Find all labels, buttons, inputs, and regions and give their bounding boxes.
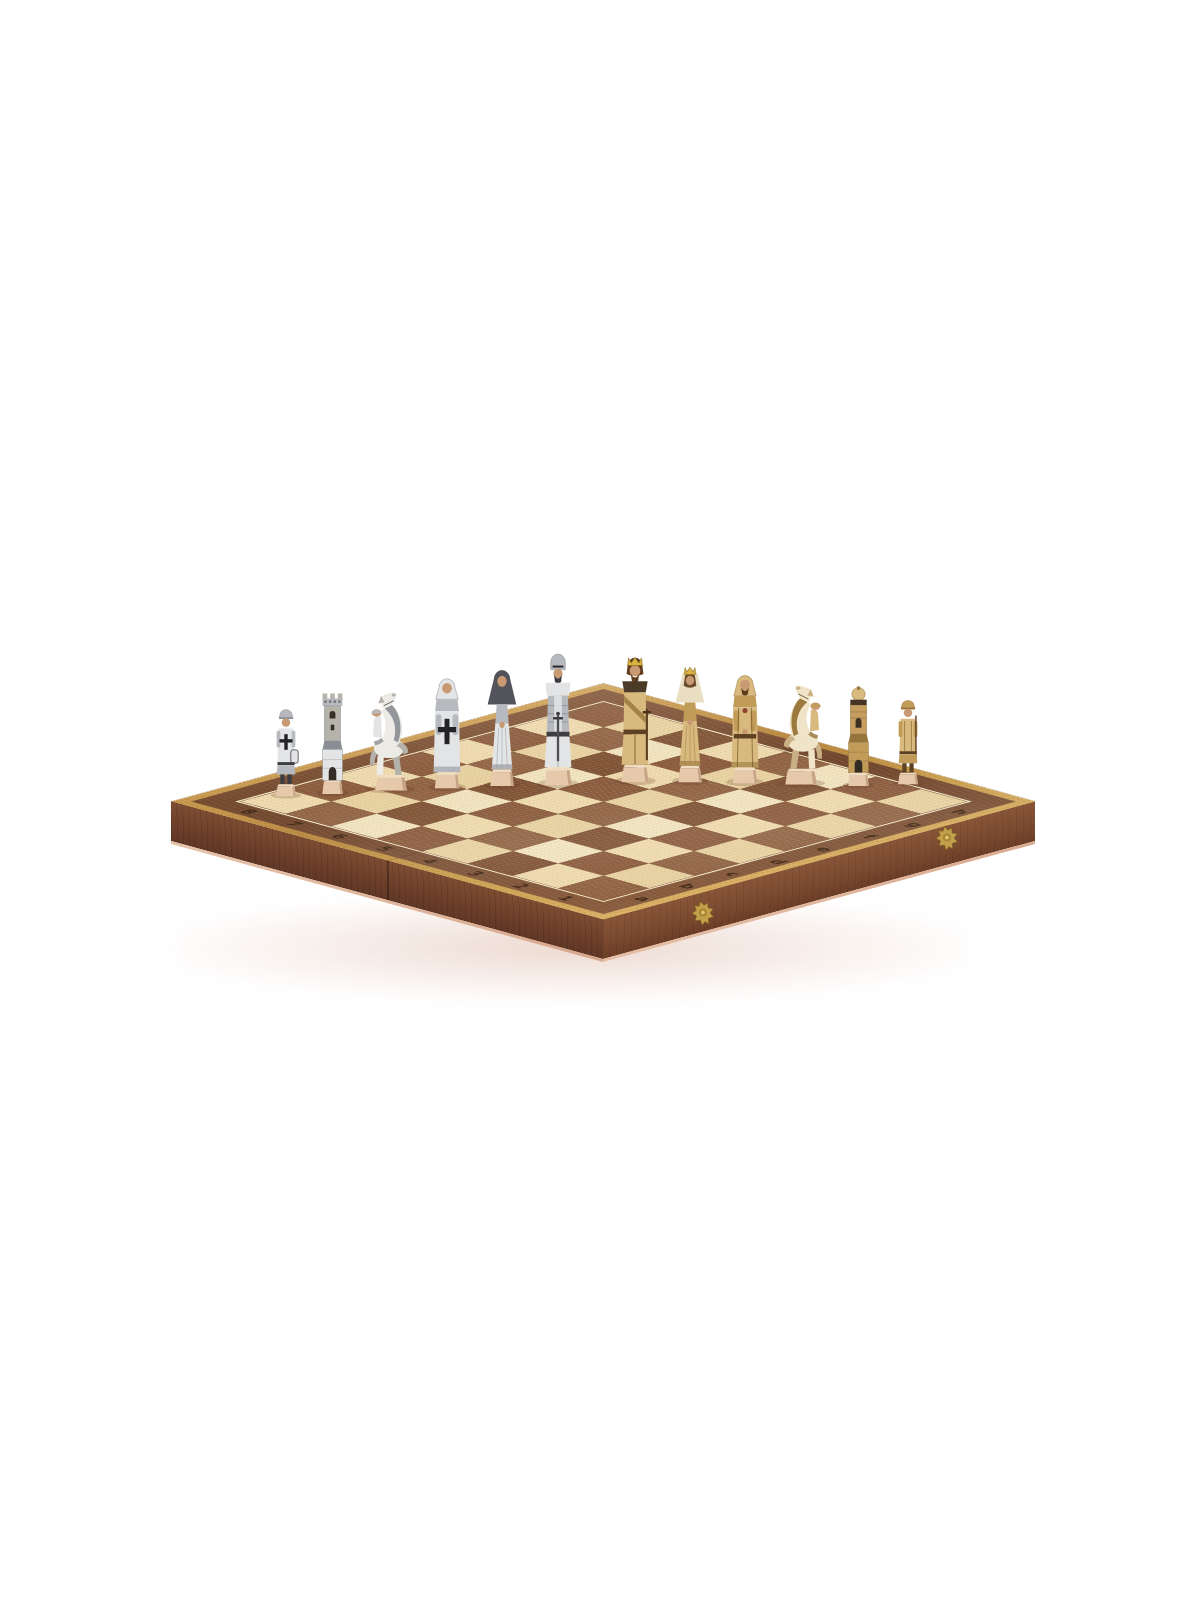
piece-gold-pawn <box>891 695 925 787</box>
piece-white-queen <box>482 658 522 790</box>
piece-white-knight <box>364 672 418 794</box>
piece-gold-queen <box>670 657 710 786</box>
piece-gold-knight <box>774 665 828 788</box>
piece-white-king <box>535 650 581 789</box>
piece-white-pawn <box>269 704 303 799</box>
piece-gold-king <box>612 649 658 786</box>
piece-white-rook <box>315 691 350 797</box>
piece-gold-bishop <box>724 662 766 787</box>
piece-gold-rook <box>841 685 876 789</box>
product-photo: 87654321 hgfedcba <box>0 0 1200 1600</box>
pieces-layer <box>0 0 1200 1600</box>
piece-white-bishop <box>426 665 468 792</box>
